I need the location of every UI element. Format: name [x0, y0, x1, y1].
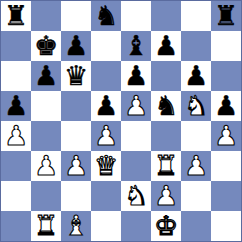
- black-pawn[interactable]: ♟: [34, 61, 58, 91]
- square-e5[interactable]: ♟: [121, 91, 151, 121]
- square-d6[interactable]: [91, 61, 121, 91]
- square-c2[interactable]: [61, 181, 91, 211]
- square-c1[interactable]: ♝: [61, 211, 91, 241]
- black-king[interactable]: ♚: [34, 31, 58, 61]
- square-b8[interactable]: [31, 1, 61, 31]
- square-h4[interactable]: ♟: [211, 121, 241, 151]
- square-c3[interactable]: ♟: [61, 151, 91, 181]
- square-b2[interactable]: [31, 181, 61, 211]
- square-g7[interactable]: [181, 31, 211, 61]
- square-c5[interactable]: [61, 91, 91, 121]
- white-pawn[interactable]: ♟: [4, 121, 28, 151]
- square-g4[interactable]: [181, 121, 211, 151]
- square-f7[interactable]: ♟: [151, 31, 181, 61]
- square-b1[interactable]: ♜: [31, 211, 61, 241]
- black-pawn[interactable]: ♟: [64, 31, 88, 61]
- square-b3[interactable]: ♟: [31, 151, 61, 181]
- square-c4[interactable]: [61, 121, 91, 151]
- white-knight[interactable]: ♞: [184, 91, 208, 121]
- white-pawn[interactable]: ♟: [214, 121, 238, 151]
- white-pawn[interactable]: ♟: [184, 151, 208, 181]
- square-e4[interactable]: [121, 121, 151, 151]
- black-pawn[interactable]: ♟: [154, 31, 178, 61]
- black-rook[interactable]: ♜: [4, 1, 28, 31]
- black-pawn[interactable]: ♟: [4, 91, 28, 121]
- square-c7[interactable]: ♟: [61, 31, 91, 61]
- square-a7[interactable]: [1, 31, 31, 61]
- square-g8[interactable]: [181, 1, 211, 31]
- square-f2[interactable]: ♟: [151, 181, 181, 211]
- square-e1[interactable]: [121, 211, 151, 241]
- square-f6[interactable]: [151, 61, 181, 91]
- square-e2[interactable]: ♞: [121, 181, 151, 211]
- square-c8[interactable]: [61, 1, 91, 31]
- square-a8[interactable]: ♜: [1, 1, 31, 31]
- square-a5[interactable]: ♟: [1, 91, 31, 121]
- square-d1[interactable]: [91, 211, 121, 241]
- square-b5[interactable]: [31, 91, 61, 121]
- white-king[interactable]: ♚: [154, 211, 178, 241]
- black-rook[interactable]: ♜: [214, 1, 238, 31]
- square-d7[interactable]: [91, 31, 121, 61]
- square-b6[interactable]: ♟: [31, 61, 61, 91]
- square-h8[interactable]: ♜: [211, 1, 241, 31]
- square-e7[interactable]: ♝: [121, 31, 151, 61]
- square-g5[interactable]: ♞: [181, 91, 211, 121]
- square-a1[interactable]: [1, 211, 31, 241]
- white-pawn[interactable]: ♟: [154, 181, 178, 211]
- black-knight[interactable]: ♞: [154, 91, 178, 121]
- square-d3[interactable]: ♛: [91, 151, 121, 181]
- square-b7[interactable]: ♚: [31, 31, 61, 61]
- black-pawn[interactable]: ♟: [184, 61, 208, 91]
- square-g1[interactable]: [181, 211, 211, 241]
- black-pawn[interactable]: ♟: [124, 61, 148, 91]
- square-a6[interactable]: [1, 61, 31, 91]
- square-c6[interactable]: ♛: [61, 61, 91, 91]
- square-e3[interactable]: [121, 151, 151, 181]
- chess-board: ♜♞♜♚♟♝♟♟♛♟♟♟♟♟♞♞♟♟♟♟♟♟♛♜♟♞♟♜♝♚: [0, 0, 242, 242]
- white-knight[interactable]: ♞: [124, 181, 148, 211]
- square-h2[interactable]: [211, 181, 241, 211]
- square-d5[interactable]: ♟: [91, 91, 121, 121]
- square-a4[interactable]: ♟: [1, 121, 31, 151]
- black-bishop[interactable]: ♝: [124, 31, 148, 61]
- square-g6[interactable]: ♟: [181, 61, 211, 91]
- black-queen[interactable]: ♛: [64, 61, 88, 91]
- square-g2[interactable]: [181, 181, 211, 211]
- white-pawn[interactable]: ♟: [64, 151, 88, 181]
- black-pawn[interactable]: ♟: [94, 91, 118, 121]
- square-d2[interactable]: [91, 181, 121, 211]
- square-d8[interactable]: ♞: [91, 1, 121, 31]
- square-h5[interactable]: ♟: [211, 91, 241, 121]
- square-h1[interactable]: [211, 211, 241, 241]
- black-knight[interactable]: ♞: [94, 1, 118, 31]
- white-rook[interactable]: ♜: [154, 151, 178, 181]
- square-e6[interactable]: ♟: [121, 61, 151, 91]
- square-d4[interactable]: ♟: [91, 121, 121, 151]
- square-a2[interactable]: [1, 181, 31, 211]
- square-h3[interactable]: [211, 151, 241, 181]
- square-f1[interactable]: ♚: [151, 211, 181, 241]
- white-pawn[interactable]: ♟: [34, 151, 58, 181]
- square-f5[interactable]: ♞: [151, 91, 181, 121]
- white-queen[interactable]: ♛: [94, 151, 118, 181]
- square-h7[interactable]: [211, 31, 241, 61]
- white-rook[interactable]: ♜: [34, 211, 58, 241]
- white-pawn[interactable]: ♟: [94, 121, 118, 151]
- square-f3[interactable]: ♜: [151, 151, 181, 181]
- square-e8[interactable]: [121, 1, 151, 31]
- square-f8[interactable]: [151, 1, 181, 31]
- square-b4[interactable]: [31, 121, 61, 151]
- square-f4[interactable]: [151, 121, 181, 151]
- square-g3[interactable]: ♟: [181, 151, 211, 181]
- square-a3[interactable]: [1, 151, 31, 181]
- white-bishop[interactable]: ♝: [64, 211, 88, 241]
- black-pawn[interactable]: ♟: [214, 91, 238, 121]
- square-h6[interactable]: [211, 61, 241, 91]
- white-pawn[interactable]: ♟: [124, 91, 148, 121]
